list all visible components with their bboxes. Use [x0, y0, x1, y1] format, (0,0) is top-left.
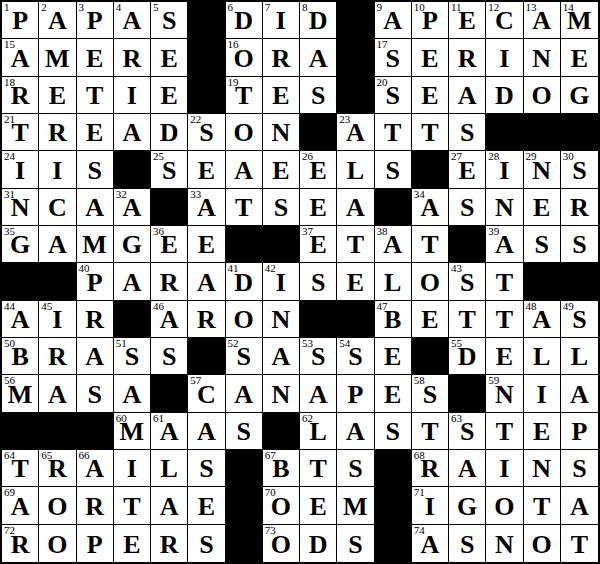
cell-letter: S: [572, 232, 586, 262]
letter-cell[interactable]: E: [114, 525, 151, 562]
letter-cell[interactable]: 16O: [226, 39, 263, 76]
letter-cell[interactable]: 36E: [151, 226, 188, 263]
cell-letter: D: [160, 120, 179, 150]
cell-letter: E: [384, 344, 401, 374]
letter-cell[interactable]: 12C: [486, 2, 523, 39]
letter-cell[interactable]: 19T: [226, 77, 263, 114]
letter-cell[interactable]: A: [188, 263, 225, 300]
letter-cell[interactable]: A: [300, 39, 337, 76]
letter-cell[interactable]: S: [524, 226, 561, 263]
letter-cell[interactable]: E: [77, 114, 114, 151]
letter-cell[interactable]: T: [300, 450, 337, 487]
letter-cell[interactable]: 11E: [449, 2, 486, 39]
letter-cell[interactable]: G: [449, 487, 486, 524]
letter-cell[interactable]: 55D: [449, 338, 486, 375]
cell-letter: L: [347, 158, 364, 188]
black-cell: [524, 263, 561, 300]
letter-cell[interactable]: T: [412, 114, 449, 151]
clue-number: 15: [4, 39, 15, 51]
letter-cell[interactable]: L: [375, 263, 412, 300]
letter-cell[interactable]: 52S: [226, 338, 263, 375]
clue-number: 52: [228, 338, 239, 350]
letter-cell[interactable]: O: [39, 525, 76, 562]
black-cell: [486, 114, 523, 151]
letter-cell[interactable]: L: [561, 338, 598, 375]
cell-letter: E: [496, 344, 513, 374]
cell-letter: P: [571, 419, 587, 449]
letter-cell[interactable]: O: [524, 77, 561, 114]
clue-number: 12: [488, 2, 499, 14]
clue-number: 73: [265, 525, 276, 537]
cell-letter: I: [276, 8, 286, 38]
letter-cell[interactable]: R: [449, 39, 486, 76]
letter-cell[interactable]: 46A: [151, 301, 188, 338]
letter-cell[interactable]: A: [39, 226, 76, 263]
letter-cell[interactable]: S: [449, 525, 486, 562]
cell-letter: D: [309, 8, 328, 38]
letter-cell[interactable]: S: [337, 450, 374, 487]
letter-cell[interactable]: S: [188, 450, 225, 487]
cell-letter: S: [348, 456, 362, 486]
letter-cell[interactable]: N: [263, 114, 300, 151]
black-cell: [2, 413, 39, 450]
letter-cell[interactable]: E: [412, 301, 449, 338]
cell-letter: R: [85, 307, 104, 337]
letter-cell[interactable]: R: [561, 189, 598, 226]
letter-cell[interactable]: 51S: [114, 338, 151, 375]
letter-cell[interactable]: R: [39, 338, 76, 375]
cell-letter: S: [423, 382, 437, 412]
cell-letter: P: [87, 532, 103, 562]
black-cell: [263, 413, 300, 450]
letter-cell[interactable]: 54S: [337, 338, 374, 375]
letter-cell[interactable]: A: [263, 338, 300, 375]
letter-cell[interactable]: A: [449, 450, 486, 487]
letter-cell[interactable]: R: [114, 39, 151, 76]
black-cell: [375, 487, 412, 524]
letter-cell[interactable]: 38A: [375, 226, 412, 263]
cell-letter: T: [421, 232, 438, 262]
letter-cell[interactable]: 10P: [412, 2, 449, 39]
letter-cell[interactable]: N: [486, 189, 523, 226]
letter-cell[interactable]: E: [151, 39, 188, 76]
clue-number: 48: [526, 301, 537, 313]
black-cell: [226, 525, 263, 562]
cell-letter: E: [309, 195, 326, 225]
letter-cell[interactable]: 63S: [449, 413, 486, 450]
cell-letter: O: [234, 120, 254, 150]
letter-cell[interactable]: 56M: [2, 375, 39, 412]
clue-number: 13: [526, 2, 537, 14]
cell-letter: R: [271, 46, 290, 76]
cell-letter: S: [460, 120, 474, 150]
letter-cell[interactable]: E: [39, 77, 76, 114]
letter-cell[interactable]: M: [39, 39, 76, 76]
letter-cell[interactable]: 43S: [449, 263, 486, 300]
letter-cell[interactable]: E: [412, 39, 449, 76]
clue-number: 63: [451, 413, 462, 425]
letter-cell[interactable]: 70O: [263, 487, 300, 524]
cell-letter: S: [162, 344, 176, 374]
letter-cell[interactable]: T: [114, 487, 151, 524]
cell-letter: R: [122, 46, 141, 76]
letter-cell[interactable]: 71I: [412, 487, 449, 524]
letter-cell[interactable]: 32A: [114, 189, 151, 226]
clue-number: 59: [488, 375, 499, 387]
letter-cell[interactable]: 1P: [2, 2, 39, 39]
letter-cell[interactable]: I: [39, 151, 76, 188]
letter-cell[interactable]: E: [375, 338, 412, 375]
cell-letter: R: [11, 532, 30, 562]
cell-letter: I: [499, 456, 509, 486]
letter-cell[interactable]: C: [39, 189, 76, 226]
letter-cell[interactable]: S: [300, 263, 337, 300]
letter-cell[interactable]: T: [337, 226, 374, 263]
cell-letter: A: [309, 382, 328, 412]
letter-cell[interactable]: O: [524, 525, 561, 562]
letter-cell[interactable]: O: [39, 487, 76, 524]
cell-letter: T: [496, 307, 513, 337]
letter-cell[interactable]: 59N: [486, 375, 523, 412]
letter-cell[interactable]: 15A: [2, 39, 39, 76]
letter-cell[interactable]: 13A: [524, 2, 561, 39]
letter-cell[interactable]: T: [486, 413, 523, 450]
letter-cell[interactable]: T: [412, 226, 449, 263]
clue-number: 46: [153, 301, 164, 313]
clue-number: 11: [451, 2, 462, 14]
black-cell: [524, 114, 561, 151]
clue-number: 20: [377, 77, 388, 89]
letter-cell[interactable]: I: [114, 450, 151, 487]
letter-cell[interactable]: L: [337, 151, 374, 188]
letter-cell[interactable]: G: [561, 77, 598, 114]
letter-cell[interactable]: 35G: [2, 226, 39, 263]
letter-cell[interactable]: 37E: [300, 226, 337, 263]
letter-cell[interactable]: T: [226, 189, 263, 226]
clue-number: 58: [414, 375, 425, 387]
cell-letter: S: [199, 456, 213, 486]
cell-letter: N: [271, 382, 290, 412]
letter-cell[interactable]: E: [188, 151, 225, 188]
letter-cell[interactable]: 69A: [2, 487, 39, 524]
clue-number: 71: [414, 487, 425, 499]
cell-letter: N: [495, 195, 514, 225]
letter-cell[interactable]: 34A: [412, 189, 449, 226]
clue-number: 42: [265, 263, 276, 275]
clue-number: 16: [228, 39, 239, 51]
clue-number: 18: [4, 77, 15, 89]
letter-cell[interactable]: T: [561, 525, 598, 562]
letter-cell[interactable]: A: [151, 487, 188, 524]
black-cell: [337, 301, 374, 338]
letter-cell[interactable]: E: [77, 39, 114, 76]
cell-letter: S: [572, 158, 586, 188]
clue-number: 22: [190, 114, 201, 126]
letter-cell[interactable]: 68R: [412, 450, 449, 487]
letter-cell[interactable]: 20S: [375, 77, 412, 114]
letter-cell[interactable]: A: [561, 375, 598, 412]
cell-letter: A: [48, 382, 67, 412]
letter-cell[interactable]: E: [151, 77, 188, 114]
letter-cell[interactable]: R: [151, 263, 188, 300]
letter-cell[interactable]: D: [300, 525, 337, 562]
cell-letter: R: [48, 344, 67, 374]
clue-number: 44: [4, 301, 15, 313]
letter-cell[interactable]: E: [561, 39, 598, 76]
letter-cell[interactable]: O: [412, 263, 449, 300]
cell-letter: A: [48, 8, 67, 38]
cell-letter: D: [495, 83, 514, 113]
clue-number: 14: [563, 2, 574, 14]
letter-cell[interactable]: 72R: [2, 525, 39, 562]
letter-cell[interactable]: R: [77, 301, 114, 338]
letter-cell[interactable]: A: [77, 338, 114, 375]
cell-letter: E: [49, 83, 66, 113]
letter-cell[interactable]: N: [486, 525, 523, 562]
letter-cell[interactable]: I: [486, 39, 523, 76]
letter-cell[interactable]: S: [375, 151, 412, 188]
letter-cell[interactable]: 23A: [337, 114, 374, 151]
letter-cell[interactable]: E: [263, 77, 300, 114]
black-cell: [114, 151, 151, 188]
letter-cell[interactable]: 73O: [263, 525, 300, 562]
cell-letter: A: [346, 195, 365, 225]
letter-cell[interactable]: 25S: [151, 151, 188, 188]
letter-cell[interactable]: E: [486, 338, 523, 375]
cell-letter: O: [420, 270, 440, 300]
letter-cell[interactable]: N: [263, 375, 300, 412]
letter-cell[interactable]: E: [263, 151, 300, 188]
letter-cell[interactable]: 29N: [524, 151, 561, 188]
letter-cell[interactable]: T: [524, 487, 561, 524]
letter-cell[interactable]: 24I: [2, 151, 39, 188]
clue-number: 17: [377, 39, 388, 51]
cell-letter: G: [569, 83, 589, 113]
letter-cell[interactable]: 18R: [2, 77, 39, 114]
letter-cell[interactable]: S: [375, 413, 412, 450]
clue-number: 65: [41, 450, 52, 462]
letter-cell[interactable]: T: [375, 114, 412, 151]
letter-cell[interactable]: 58S: [412, 375, 449, 412]
clue-number: 6: [228, 2, 234, 14]
clue-number: 31: [4, 189, 15, 201]
letter-cell[interactable]: 6D: [226, 2, 263, 39]
letter-cell[interactable]: D: [486, 77, 523, 114]
letter-cell[interactable]: D: [151, 114, 188, 151]
letter-cell[interactable]: A: [561, 487, 598, 524]
letter-cell[interactable]: 61A: [151, 413, 188, 450]
letter-cell[interactable]: O: [486, 487, 523, 524]
letter-cell[interactable]: R: [39, 114, 76, 151]
letter-cell[interactable]: 7I: [263, 2, 300, 39]
letter-cell[interactable]: 28I: [486, 151, 523, 188]
letter-cell[interactable]: R: [77, 487, 114, 524]
letter-cell[interactable]: A: [226, 151, 263, 188]
letter-cell[interactable]: M: [77, 226, 114, 263]
letter-cell[interactable]: L: [151, 450, 188, 487]
letter-cell[interactable]: 5S: [151, 2, 188, 39]
letter-cell[interactable]: S: [263, 189, 300, 226]
letter-cell[interactable]: N: [263, 301, 300, 338]
cell-letter: N: [271, 307, 290, 337]
letter-cell[interactable]: R: [188, 301, 225, 338]
letter-cell[interactable]: 4A: [114, 2, 151, 39]
letter-cell[interactable]: M: [337, 487, 374, 524]
letter-cell[interactable]: A: [337, 413, 374, 450]
letter-cell[interactable]: S: [188, 525, 225, 562]
letter-cell[interactable]: 21T: [2, 114, 39, 151]
letter-cell[interactable]: 45I: [39, 301, 76, 338]
black-cell: [188, 338, 225, 375]
cell-letter: T: [235, 195, 252, 225]
letter-cell[interactable]: 62L: [300, 413, 337, 450]
letter-cell[interactable]: G: [114, 226, 151, 263]
letter-cell[interactable]: A: [226, 375, 263, 412]
letter-cell[interactable]: E: [337, 263, 374, 300]
letter-cell[interactable]: 49S: [561, 301, 598, 338]
letter-cell[interactable]: 9A: [375, 2, 412, 39]
cell-letter: S: [534, 232, 548, 262]
letter-cell[interactable]: O: [226, 114, 263, 151]
letter-cell[interactable]: E: [412, 77, 449, 114]
letter-cell[interactable]: R: [151, 525, 188, 562]
letter-cell[interactable]: 26E: [300, 151, 337, 188]
letter-cell[interactable]: S: [77, 375, 114, 412]
letter-cell[interactable]: 8D: [300, 2, 337, 39]
cell-letter: E: [198, 158, 215, 188]
clue-number: 19: [228, 77, 239, 89]
letter-cell[interactable]: A: [114, 263, 151, 300]
letter-cell[interactable]: 48A: [524, 301, 561, 338]
letter-cell[interactable]: P: [77, 525, 114, 562]
letter-cell[interactable]: 3P: [77, 2, 114, 39]
letter-cell[interactable]: 74A: [412, 525, 449, 562]
letter-cell[interactable]: S: [226, 413, 263, 450]
letter-cell[interactable]: 33A: [188, 189, 225, 226]
letter-cell[interactable]: I: [524, 375, 561, 412]
letter-cell[interactable]: 30S: [561, 151, 598, 188]
letter-cell[interactable]: 41D: [226, 263, 263, 300]
clue-number: 25: [153, 151, 164, 163]
letter-cell[interactable]: S: [561, 226, 598, 263]
clue-number: 28: [488, 151, 499, 163]
letter-cell[interactable]: S: [337, 525, 374, 562]
cell-letter: E: [533, 195, 550, 225]
letter-cell[interactable]: E: [300, 189, 337, 226]
cell-letter: O: [532, 532, 552, 562]
letter-cell[interactable]: 42I: [263, 263, 300, 300]
letter-cell[interactable]: T: [77, 77, 114, 114]
cell-letter: E: [533, 419, 550, 449]
black-cell: [114, 301, 151, 338]
letter-cell[interactable]: A: [300, 375, 337, 412]
letter-cell[interactable]: S: [151, 338, 188, 375]
letter-cell[interactable]: 2A: [39, 2, 76, 39]
letter-cell[interactable]: A: [188, 413, 225, 450]
letter-cell[interactable]: A: [449, 77, 486, 114]
letter-cell[interactable]: L: [524, 338, 561, 375]
letter-cell[interactable]: E: [188, 226, 225, 263]
cell-letter: S: [311, 83, 325, 113]
clue-number: 54: [339, 338, 350, 350]
letter-cell[interactable]: N: [524, 39, 561, 76]
letter-cell[interactable]: 64T: [2, 450, 39, 487]
letter-cell[interactable]: E: [188, 487, 225, 524]
letter-cell[interactable]: E: [375, 375, 412, 412]
cell-letter: E: [421, 46, 438, 76]
letter-cell[interactable]: 67B: [263, 450, 300, 487]
letter-cell[interactable]: P: [561, 413, 598, 450]
clue-number: 50: [4, 338, 15, 350]
letter-cell[interactable]: 53S: [300, 338, 337, 375]
letter-cell[interactable]: S: [300, 77, 337, 114]
letter-cell[interactable]: T: [449, 301, 486, 338]
letter-cell[interactable]: 47B: [375, 301, 412, 338]
cell-letter: S: [572, 307, 586, 337]
letter-cell[interactable]: I: [486, 450, 523, 487]
cell-letter: S: [236, 344, 250, 374]
cell-letter: L: [384, 270, 401, 300]
letter-cell[interactable]: 65R: [39, 450, 76, 487]
letter-cell[interactable]: 66A: [77, 450, 114, 487]
letter-cell[interactable]: 22S: [188, 114, 225, 151]
letter-cell[interactable]: O: [226, 301, 263, 338]
cell-letter: S: [385, 46, 399, 76]
letter-cell[interactable]: 44A: [2, 301, 39, 338]
letter-cell[interactable]: R: [263, 39, 300, 76]
letter-cell[interactable]: 60M: [114, 413, 151, 450]
letter-cell[interactable]: S: [449, 114, 486, 151]
black-cell: [449, 226, 486, 263]
cell-letter: M: [343, 494, 368, 524]
letter-cell[interactable]: 40P: [77, 263, 114, 300]
letter-cell[interactable]: S: [561, 450, 598, 487]
letter-cell[interactable]: A: [77, 189, 114, 226]
letter-cell[interactable]: T: [486, 263, 523, 300]
letter-cell[interactable]: 27E: [449, 151, 486, 188]
cell-letter: E: [272, 83, 289, 113]
cell-letter: T: [384, 120, 401, 150]
letter-cell[interactable]: I: [114, 77, 151, 114]
letter-cell[interactable]: A: [39, 375, 76, 412]
letter-cell[interactable]: P: [337, 375, 374, 412]
cell-letter: N: [532, 456, 551, 486]
letter-cell[interactable]: 14M: [561, 2, 598, 39]
letter-cell[interactable]: T: [486, 301, 523, 338]
letter-cell[interactable]: A: [114, 375, 151, 412]
letter-cell[interactable]: S: [449, 189, 486, 226]
letter-cell[interactable]: 57C: [188, 375, 225, 412]
letter-cell[interactable]: S: [77, 151, 114, 188]
black-cell: [226, 450, 263, 487]
letter-cell[interactable]: E: [524, 413, 561, 450]
letter-cell[interactable]: 39A: [486, 226, 523, 263]
letter-cell[interactable]: 17S: [375, 39, 412, 76]
letter-cell[interactable]: A: [337, 189, 374, 226]
black-cell: [188, 2, 225, 39]
cell-letter: D: [309, 532, 328, 562]
letter-cell[interactable]: 31N: [2, 189, 39, 226]
letter-cell[interactable]: N: [524, 450, 561, 487]
letter-cell[interactable]: A: [114, 114, 151, 151]
letter-cell[interactable]: T: [412, 413, 449, 450]
cell-letter: R: [197, 307, 216, 337]
letter-cell[interactable]: E: [524, 189, 561, 226]
letter-cell[interactable]: 50B: [2, 338, 39, 375]
clue-number: 49: [563, 301, 574, 313]
letter-cell[interactable]: E: [300, 487, 337, 524]
clue-number: 34: [414, 189, 425, 201]
